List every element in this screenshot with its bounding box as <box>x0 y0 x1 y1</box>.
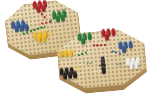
painted-holes-blue <box>116 62 123 67</box>
product-photo <box>0 0 150 100</box>
peg-blue <box>121 45 126 53</box>
peg-blue <box>19 23 24 31</box>
peg-red <box>40 3 45 11</box>
peg-red <box>111 28 116 36</box>
peg-white <box>129 61 134 69</box>
peg-blue <box>23 22 28 30</box>
painted-holes-white <box>93 69 102 74</box>
painted-holes-green <box>86 62 93 66</box>
peg-white <box>134 60 139 68</box>
peg-black <box>67 70 72 78</box>
peg-yellow <box>41 33 46 41</box>
six-player-board <box>55 27 148 96</box>
peg-red <box>35 4 40 12</box>
peg-blue <box>14 24 19 32</box>
peg-green <box>80 36 85 44</box>
peg-black <box>72 70 77 78</box>
peg-green <box>60 13 65 21</box>
peg-green <box>55 14 60 22</box>
peg-black <box>62 71 67 79</box>
peg-yellow <box>36 34 41 42</box>
peg-red <box>104 32 109 40</box>
